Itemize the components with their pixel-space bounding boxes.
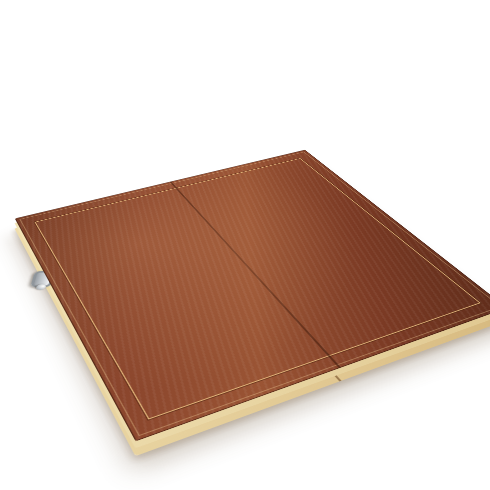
- board-frame: [15, 150, 490, 442]
- product-photo-stage: [0, 0, 490, 490]
- checkers-board: [15, 150, 490, 442]
